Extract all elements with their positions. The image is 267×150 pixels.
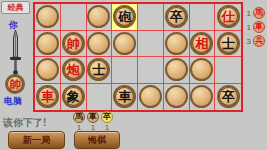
new-game-button[interactable]: 新一局 xyxy=(8,131,65,149)
black-piece-象[interactable]: 象 xyxy=(62,85,85,108)
board-cell-r3c6[interactable] xyxy=(164,57,190,84)
red-piece-炮[interactable]: 炮 xyxy=(62,58,85,81)
red-piece-帥[interactable]: 帥 xyxy=(62,32,85,55)
face-down-piece[interactable] xyxy=(113,32,136,55)
board-cell-r4c2[interactable]: 象 xyxy=(61,84,87,111)
tab-classic-mode[interactable]: 经典 xyxy=(1,1,30,14)
board-cell-r4c7[interactable] xyxy=(190,84,216,111)
face-down-piece[interactable] xyxy=(36,5,59,28)
piece-character: 卒 xyxy=(170,10,183,23)
piece-character: 仕 xyxy=(222,10,235,23)
face-down-piece[interactable] xyxy=(190,58,213,81)
captured-black-piece-車: 車 xyxy=(87,111,99,123)
board-cell-r2c3[interactable] xyxy=(87,31,113,58)
black-piece-卒[interactable]: 卒 xyxy=(217,85,240,108)
piece-character: 炮 xyxy=(67,63,80,76)
board-cell-r4c6[interactable] xyxy=(164,84,190,111)
piece-character: 卒 xyxy=(103,113,111,121)
red-piece-車[interactable]: 車 xyxy=(36,85,59,108)
board-cell-r1c2[interactable] xyxy=(61,4,87,31)
face-down-piece[interactable] xyxy=(36,58,59,81)
undo-move-button[interactable]: 悔棋 xyxy=(74,131,120,149)
board-cell-r4c5[interactable] xyxy=(138,84,164,111)
board-cell-r2c5[interactable] xyxy=(138,31,164,58)
face-down-piece[interactable] xyxy=(190,85,213,108)
captured-count: 1 xyxy=(245,9,251,18)
board-cell-r3c3[interactable]: 士 xyxy=(87,57,113,84)
board-cell-r2c7[interactable]: 相 xyxy=(190,31,216,58)
face-down-piece[interactable] xyxy=(165,32,188,55)
captured-black-item: 馬1 xyxy=(73,111,85,132)
board-cell-r3c8[interactable] xyxy=(215,57,241,84)
black-piece-士[interactable]: 士 xyxy=(87,58,110,81)
piece-character: 車 xyxy=(255,23,263,31)
board-cell-r1c8[interactable]: 仕 xyxy=(215,4,241,31)
board-cell-r4c1[interactable]: 車 xyxy=(35,84,61,111)
captured-black-item: 車1 xyxy=(87,111,99,132)
board-cell-r3c1[interactable] xyxy=(35,57,61,84)
board-cell-r4c8[interactable]: 卒 xyxy=(215,84,241,111)
piece-character: 車 xyxy=(118,90,131,103)
black-piece-砲[interactable]: 砲 xyxy=(113,5,136,28)
piece-character: 帥 xyxy=(67,36,80,49)
board-cell-r2c4[interactable] xyxy=(112,31,138,58)
face-down-piece[interactable] xyxy=(87,32,110,55)
captured-black-tray: 馬1車1卒1 xyxy=(73,111,113,132)
board-cell-r3c5[interactable] xyxy=(138,57,164,84)
piece-character: 馬 xyxy=(75,113,83,121)
captured-count: 3 xyxy=(245,37,251,46)
computer-side-general-piece: 帥 xyxy=(5,74,25,94)
piece-character: 相 xyxy=(195,36,208,49)
piece-character: 卒 xyxy=(222,90,235,103)
banqi-board: 砲卒仕帥相士炮士車象車卒 xyxy=(33,2,243,112)
board-cell-r1c6[interactable]: 卒 xyxy=(164,4,190,31)
board-cell-r4c3[interactable] xyxy=(87,84,113,111)
red-piece-相[interactable]: 相 xyxy=(190,32,213,55)
board-cell-r3c2[interactable]: 炮 xyxy=(61,57,87,84)
piece-character: 士 xyxy=(92,63,105,76)
general-char: 帥 xyxy=(10,78,21,89)
piece-character: 兵 xyxy=(255,37,263,45)
piece-character: 車 xyxy=(89,113,97,121)
board-cell-r4c4[interactable]: 車 xyxy=(112,84,138,111)
captured-red-tray: 1馬1車3兵 xyxy=(245,7,265,47)
board-cell-r2c6[interactable] xyxy=(164,31,190,58)
red-piece-仕[interactable]: 仕 xyxy=(217,5,240,28)
face-down-piece[interactable] xyxy=(165,85,188,108)
board-cell-r2c2[interactable]: 帥 xyxy=(61,31,87,58)
sword-icon xyxy=(9,30,22,80)
face-down-piece[interactable] xyxy=(139,85,162,108)
board-cell-r1c1[interactable] xyxy=(35,4,61,31)
board-cell-r2c8[interactable]: 士 xyxy=(215,31,241,58)
captured-red-piece-車: 車 xyxy=(253,21,265,33)
captured-count: 1 xyxy=(245,23,251,32)
captured-red-row: 1馬 xyxy=(245,7,265,19)
turn-status-text: 该你下了! xyxy=(3,116,46,130)
board-cell-r3c4[interactable] xyxy=(112,57,138,84)
captured-red-row: 1車 xyxy=(245,21,265,33)
piece-character: 象 xyxy=(67,90,80,103)
captured-black-item: 卒1 xyxy=(101,111,113,132)
captured-red-row: 3兵 xyxy=(245,35,265,47)
piece-character: 車 xyxy=(41,90,54,103)
captured-red-piece-馬: 馬 xyxy=(253,7,265,19)
black-piece-車[interactable]: 車 xyxy=(113,85,136,108)
board-cell-r1c3[interactable] xyxy=(87,4,113,31)
piece-character: 砲 xyxy=(118,10,131,23)
captured-red-piece-兵: 兵 xyxy=(253,35,265,47)
black-piece-卒[interactable]: 卒 xyxy=(165,5,188,28)
captured-black-piece-卒: 卒 xyxy=(101,111,113,123)
player-computer-label[interactable]: 电脑 xyxy=(4,95,22,108)
board-cell-r1c7[interactable] xyxy=(190,4,216,31)
face-down-piece[interactable] xyxy=(36,32,59,55)
board-cell-r1c5[interactable] xyxy=(138,4,164,31)
face-down-piece[interactable] xyxy=(87,5,110,28)
board-cell-r3c7[interactable] xyxy=(190,57,216,84)
piece-character: 士 xyxy=(222,36,235,49)
black-piece-士[interactable]: 士 xyxy=(217,32,240,55)
board-cell-r1c4[interactable]: 砲 xyxy=(112,4,138,31)
face-down-piece[interactable] xyxy=(165,58,188,81)
piece-character: 馬 xyxy=(255,9,263,17)
captured-black-piece-馬: 馬 xyxy=(73,111,85,123)
board-cell-r2c1[interactable] xyxy=(35,31,61,58)
